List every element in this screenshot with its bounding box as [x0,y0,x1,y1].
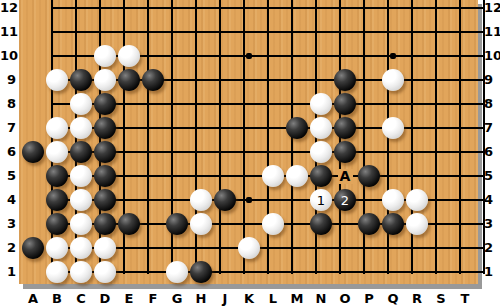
stone-black-B3[interactable] [46,213,68,235]
file-label-T: T [461,291,470,307]
stone-black-A2[interactable] [22,237,44,259]
rank-label-left-10: 10 [0,48,16,64]
stone-black-D5[interactable] [94,165,116,187]
move-number-2: 2 [341,194,349,207]
stone-white-C3[interactable] [70,213,92,235]
rank-label-right-9: 9 [484,72,500,88]
file-label-F: F [149,291,158,307]
stone-black-H1[interactable] [190,261,212,283]
stone-white-H4[interactable] [190,189,212,211]
stone-black-D8[interactable] [94,93,116,115]
rank-label-left-2: 2 [0,240,16,256]
stone-white-R4[interactable] [406,189,428,211]
rank-label-right-12: 12 [484,0,500,16]
stone-white-D9[interactable] [94,69,116,91]
stone-white-C1[interactable] [70,261,92,283]
rank-label-right-7: 7 [484,120,500,136]
file-label-S: S [436,291,445,307]
file-label-D: D [100,291,111,307]
stone-black-O7[interactable] [334,117,356,139]
rank-label-right-6: 6 [484,144,500,160]
stone-black-C9[interactable] [70,69,92,91]
stone-white-N8[interactable] [310,93,332,115]
file-label-K: K [244,291,254,307]
stone-white-Q4[interactable] [382,189,404,211]
stone-black-P5[interactable] [358,165,380,187]
file-label-M: M [291,291,304,307]
star-point-K10 [246,53,252,59]
stone-black-B4[interactable] [46,189,68,211]
stone-white-N4[interactable]: 1 [310,189,332,211]
rank-label-left-1: 1 [0,264,16,280]
stone-black-J4[interactable] [214,189,236,211]
move-number-1: 1 [317,194,325,207]
stone-white-M5[interactable] [286,165,308,187]
stone-white-E10[interactable] [118,45,140,67]
stone-white-C8[interactable] [70,93,92,115]
stone-white-B9[interactable] [46,69,68,91]
stone-black-D6[interactable] [94,141,116,163]
stone-white-H3[interactable] [190,213,212,235]
stone-white-Q9[interactable] [382,69,404,91]
rank-label-left-3: 3 [0,216,16,232]
rank-label-right-11: 11 [484,24,500,40]
stone-white-C5[interactable] [70,165,92,187]
stone-white-B6[interactable] [46,141,68,163]
file-label-N: N [316,291,327,307]
rank-label-right-4: 4 [484,192,500,208]
stone-black-O9[interactable] [334,69,356,91]
file-label-A: A [28,291,38,307]
stone-black-C6[interactable] [70,141,92,163]
stone-black-O4[interactable]: 2 [334,189,356,211]
stone-white-N7[interactable] [310,117,332,139]
stone-white-K2[interactable] [238,237,260,259]
file-label-J: J [223,291,228,307]
stone-black-F9[interactable] [142,69,164,91]
rank-label-left-12: 12 [0,0,16,16]
stone-white-D10[interactable] [94,45,116,67]
rank-label-right-8: 8 [484,96,500,112]
stone-black-A6[interactable] [22,141,44,163]
rank-label-left-8: 8 [0,96,16,112]
stone-black-D4[interactable] [94,189,116,211]
file-label-C: C [76,291,86,307]
stone-white-B2[interactable] [46,237,68,259]
star-point-Q10 [390,53,396,59]
stone-white-D2[interactable] [94,237,116,259]
stone-black-N3[interactable] [310,213,332,235]
rank-label-right-1: 1 [484,264,500,280]
stone-white-N6[interactable] [310,141,332,163]
file-label-G: G [172,291,183,307]
point-marker-A: A [338,169,353,184]
file-label-H: H [196,291,207,307]
stone-black-N5[interactable] [310,165,332,187]
file-label-E: E [125,291,134,307]
stone-white-G1[interactable] [166,261,188,283]
rank-label-right-3: 3 [484,216,500,232]
stone-black-E3[interactable] [118,213,140,235]
file-label-Q: Q [387,291,398,307]
stone-black-O6[interactable] [334,141,356,163]
file-label-B: B [52,291,62,307]
stone-black-G3[interactable] [166,213,188,235]
rank-label-left-5: 5 [0,168,16,184]
stone-white-C7[interactable] [70,117,92,139]
rank-label-left-6: 6 [0,144,16,160]
stone-black-E9[interactable] [118,69,140,91]
rank-label-left-7: 7 [0,120,16,136]
stone-black-O8[interactable] [334,93,356,115]
stone-white-R3[interactable] [406,213,428,235]
stone-black-P3[interactable] [358,213,380,235]
stone-white-Q7[interactable] [382,117,404,139]
stone-white-D1[interactable] [94,261,116,283]
stone-black-B5[interactable] [46,165,68,187]
go-diagram: 12A121211111010998877665544332211ABCDEFG… [0,0,500,308]
rank-label-right-2: 2 [484,240,500,256]
stone-white-C2[interactable] [70,237,92,259]
star-point-K4 [246,197,252,203]
stone-white-L5[interactable] [262,165,284,187]
stone-black-Q3[interactable] [382,213,404,235]
file-label-R: R [412,291,422,307]
rank-label-right-5: 5 [484,168,500,184]
file-label-P: P [364,291,374,307]
rank-label-left-9: 9 [0,72,16,88]
rank-label-left-4: 4 [0,192,16,208]
stone-black-M7[interactable] [286,117,308,139]
stone-black-D3[interactable] [94,213,116,235]
rank-label-right-10: 10 [484,48,500,64]
file-label-L: L [269,291,277,307]
file-label-O: O [339,291,350,307]
stone-white-L3[interactable] [262,213,284,235]
stone-white-B1[interactable] [46,261,68,283]
rank-label-left-11: 11 [0,24,16,40]
stone-white-B7[interactable] [46,117,68,139]
stone-black-D7[interactable] [94,117,116,139]
stone-white-C4[interactable] [70,189,92,211]
